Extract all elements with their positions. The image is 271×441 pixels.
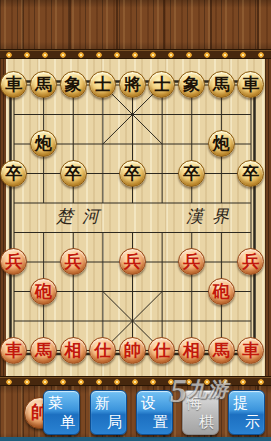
- piece-black-馬[interactable]: 馬: [208, 71, 235, 98]
- board-area: 楚河 漢界 車馬象士將士象馬車炮炮卒卒卒卒卒兵兵兵兵兵砲砲車馬相仕帥仕相馬車: [0, 59, 271, 376]
- piece-black-炮[interactable]: 炮: [208, 130, 235, 157]
- rivet-strip-bottom: [0, 376, 271, 386]
- piece-red-砲[interactable]: 砲: [208, 278, 235, 305]
- piece-black-象[interactable]: 象: [60, 71, 87, 98]
- piece-black-將[interactable]: 將: [119, 71, 146, 98]
- menu-button[interactable]: 菜 单: [43, 390, 80, 435]
- piece-black-卒[interactable]: 卒: [119, 160, 146, 187]
- settings-button[interactable]: 设 置: [136, 390, 173, 435]
- piece-black-炮[interactable]: 炮: [30, 130, 57, 157]
- piece-red-馬[interactable]: 馬: [208, 337, 235, 364]
- piece-black-卒[interactable]: 卒: [60, 160, 87, 187]
- piece-black-士[interactable]: 士: [148, 71, 175, 98]
- piece-red-仕[interactable]: 仕: [148, 337, 175, 364]
- piece-red-砲[interactable]: 砲: [30, 278, 57, 305]
- piece-black-車[interactable]: 車: [0, 71, 27, 98]
- piece-black-卒[interactable]: 卒: [237, 160, 264, 187]
- piece-red-仕[interactable]: 仕: [89, 337, 116, 364]
- xiangqi-board[interactable]: 楚河 漢界 車馬象士將士象馬車炮炮卒卒卒卒卒兵兵兵兵兵砲砲車馬相仕帥仕相馬車: [6, 59, 265, 376]
- rivet-strip-top: [0, 49, 271, 59]
- piece-red-兵[interactable]: 兵: [119, 248, 146, 275]
- new-game-button[interactable]: 新 局: [90, 390, 127, 435]
- wood-frame-right: [265, 59, 271, 376]
- piece-red-馬[interactable]: 馬: [30, 337, 57, 364]
- piece-black-士[interactable]: 士: [89, 71, 116, 98]
- xiangqi-app: 楚河 漢界 車馬象士將士象馬車炮炮卒卒卒卒卒兵兵兵兵兵砲砲車馬相仕帥仕相馬車 帥…: [0, 0, 271, 441]
- piece-black-車[interactable]: 車: [237, 71, 264, 98]
- piece-black-卒[interactable]: 卒: [0, 160, 27, 187]
- piece-red-相[interactable]: 相: [60, 337, 87, 364]
- wood-frame-top: [0, 0, 271, 49]
- piece-red-兵[interactable]: 兵: [178, 248, 205, 275]
- piece-red-帥[interactable]: 帥: [119, 337, 146, 364]
- piece-red-車[interactable]: 車: [237, 337, 264, 364]
- piece-black-馬[interactable]: 馬: [30, 71, 57, 98]
- piece-black-象[interactable]: 象: [178, 71, 205, 98]
- piece-red-兵[interactable]: 兵: [237, 248, 264, 275]
- undo-button[interactable]: 悔 棋: [182, 390, 219, 435]
- piece-grid[interactable]: 車馬象士將士象馬車炮炮卒卒卒卒卒兵兵兵兵兵砲砲車馬相仕帥仕相馬車: [0, 70, 266, 365]
- bottom-edge-strip: [0, 437, 271, 441]
- piece-black-卒[interactable]: 卒: [178, 160, 205, 187]
- piece-red-兵[interactable]: 兵: [0, 248, 27, 275]
- hint-button[interactable]: 提 示: [228, 390, 265, 435]
- piece-red-相[interactable]: 相: [178, 337, 205, 364]
- piece-red-車[interactable]: 車: [0, 337, 27, 364]
- piece-red-兵[interactable]: 兵: [60, 248, 87, 275]
